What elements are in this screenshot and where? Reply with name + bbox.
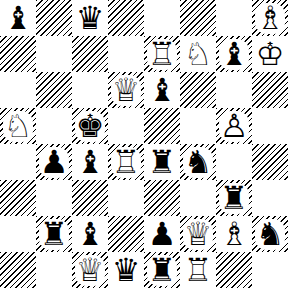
black-knight-f4: ♞ — [183, 147, 213, 178]
square-b6[interactable] — [36, 72, 72, 108]
black-rook-b2: ♜ — [39, 219, 69, 250]
square-e5[interactable] — [144, 108, 180, 144]
square-h4[interactable] — [252, 144, 288, 180]
square-e1[interactable]: ♜ — [144, 252, 180, 288]
white-pawn-g5: ♙ — [219, 111, 249, 142]
square-f5[interactable] — [180, 108, 216, 144]
square-f3[interactable] — [180, 180, 216, 216]
white-rook-d4: ♖ — [111, 147, 141, 178]
square-h1[interactable] — [252, 252, 288, 288]
square-g6[interactable] — [216, 72, 252, 108]
square-g3[interactable]: ♜ — [216, 180, 252, 216]
square-f7[interactable]: ♘ — [180, 36, 216, 72]
square-a2[interactable] — [0, 216, 36, 252]
white-queen-c1: ♕ — [75, 255, 105, 286]
square-g4[interactable] — [216, 144, 252, 180]
square-d7[interactable] — [108, 36, 144, 72]
black-bishop-a8: ♝ — [3, 3, 33, 34]
square-b2[interactable]: ♜ — [36, 216, 72, 252]
square-d6[interactable]: ♕ — [108, 72, 144, 108]
square-g7[interactable]: ♝ — [216, 36, 252, 72]
square-b4[interactable]: ♟ — [36, 144, 72, 180]
square-h8[interactable]: ♗ — [252, 0, 288, 36]
square-d2[interactable] — [108, 216, 144, 252]
square-a7[interactable] — [0, 36, 36, 72]
square-c3[interactable] — [72, 180, 108, 216]
square-h6[interactable] — [252, 72, 288, 108]
black-knight-h2: ♞ — [255, 219, 285, 250]
white-knight-f7: ♘ — [183, 39, 213, 70]
black-queen-d1: ♛ — [111, 255, 141, 286]
square-g8[interactable] — [216, 0, 252, 36]
white-bishop-h8: ♗ — [255, 3, 285, 34]
black-pawn-b4: ♟ — [39, 147, 69, 178]
square-f6[interactable] — [180, 72, 216, 108]
white-rook-e7: ♖ — [147, 39, 177, 70]
square-f4[interactable]: ♞ — [180, 144, 216, 180]
white-queen-d6: ♕ — [111, 75, 141, 106]
square-g5[interactable]: ♙ — [216, 108, 252, 144]
square-b7[interactable] — [36, 36, 72, 72]
square-h3[interactable] — [252, 180, 288, 216]
square-h7[interactable]: ♔ — [252, 36, 288, 72]
black-king-c5: ♚ — [75, 111, 105, 142]
square-d3[interactable] — [108, 180, 144, 216]
square-b8[interactable] — [36, 0, 72, 36]
square-e3[interactable] — [144, 180, 180, 216]
square-d1[interactable]: ♛ — [108, 252, 144, 288]
white-king-h7: ♔ — [255, 39, 285, 70]
black-queen-c8: ♛ — [75, 3, 105, 34]
square-f2[interactable]: ♕ — [180, 216, 216, 252]
white-rook-f1: ♖ — [183, 255, 213, 286]
black-bishop-e6: ♝ — [147, 75, 177, 106]
square-e8[interactable] — [144, 0, 180, 36]
square-c2[interactable]: ♝ — [72, 216, 108, 252]
square-d5[interactable] — [108, 108, 144, 144]
square-a3[interactable] — [0, 180, 36, 216]
square-a8[interactable]: ♝ — [0, 0, 36, 36]
black-pawn-e2: ♟ — [147, 219, 177, 250]
square-c7[interactable] — [72, 36, 108, 72]
square-a1[interactable] — [0, 252, 36, 288]
square-a5[interactable]: ♘ — [0, 108, 36, 144]
square-e2[interactable]: ♟ — [144, 216, 180, 252]
square-e6[interactable]: ♝ — [144, 72, 180, 108]
square-c4[interactable]: ♝ — [72, 144, 108, 180]
black-bishop-c4: ♝ — [75, 147, 105, 178]
square-c6[interactable] — [72, 72, 108, 108]
square-f1[interactable]: ♖ — [180, 252, 216, 288]
square-a6[interactable] — [0, 72, 36, 108]
black-bishop-c2: ♝ — [75, 219, 105, 250]
square-d4[interactable]: ♖ — [108, 144, 144, 180]
square-e7[interactable]: ♖ — [144, 36, 180, 72]
white-bishop-g2: ♗ — [219, 219, 249, 250]
square-b3[interactable] — [36, 180, 72, 216]
square-c5[interactable]: ♚ — [72, 108, 108, 144]
square-g2[interactable]: ♗ — [216, 216, 252, 252]
chess-board: ♝♛♗♖♘♝♔♕♝♘♚♙♟♝♖♜♞♜♜♝♟♕♗♞♕♛♜♖ — [0, 0, 288, 288]
square-c1[interactable]: ♕ — [72, 252, 108, 288]
white-knight-a5: ♘ — [3, 111, 33, 142]
square-b5[interactable] — [36, 108, 72, 144]
square-d8[interactable] — [108, 0, 144, 36]
black-rook-e1: ♜ — [147, 255, 177, 286]
black-bishop-g7: ♝ — [219, 39, 249, 70]
square-f8[interactable] — [180, 0, 216, 36]
square-b1[interactable] — [36, 252, 72, 288]
black-rook-e4: ♜ — [147, 147, 177, 178]
white-queen-f2: ♕ — [183, 219, 213, 250]
square-c8[interactable]: ♛ — [72, 0, 108, 36]
square-g1[interactable] — [216, 252, 252, 288]
square-h5[interactable] — [252, 108, 288, 144]
square-a4[interactable] — [0, 144, 36, 180]
square-h2[interactable]: ♞ — [252, 216, 288, 252]
square-e4[interactable]: ♜ — [144, 144, 180, 180]
black-rook-g3: ♜ — [219, 183, 249, 214]
